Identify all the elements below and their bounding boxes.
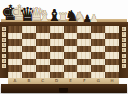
rank-label-6: 6 [122,38,126,42]
chess-set-photo: 87654321 87654321 ABCDEFGH ♚♚♛♛♝♝♜♞♞♟♟ [0,0,128,94]
board-right-frame: 87654321 [119,26,128,78]
rank-label-5: 5 [2,43,6,47]
rank-label-5: 5 [122,43,126,47]
rank-label-8: 8 [122,27,126,31]
rank-label-3: 3 [2,54,6,58]
rank-label-8: 8 [2,27,6,31]
rank-label-1: 1 [122,64,126,68]
rank-label-2: 2 [122,59,126,63]
board-left-frame: 87654321 [0,26,8,78]
rank-label-1: 1 [2,64,6,68]
display-piece-white-pawn[interactable]: ♟ [89,13,99,24]
rank-label-2: 2 [2,59,6,63]
rank-label-3: 3 [122,54,126,58]
chess-board [8,26,119,78]
rank-label-6: 6 [2,38,6,42]
rank-label-4: 4 [122,48,126,52]
rank-label-7: 7 [122,32,126,36]
clasp [59,88,68,93]
rank-label-7: 7 [2,32,6,36]
rank-label-4: 4 [2,48,6,52]
